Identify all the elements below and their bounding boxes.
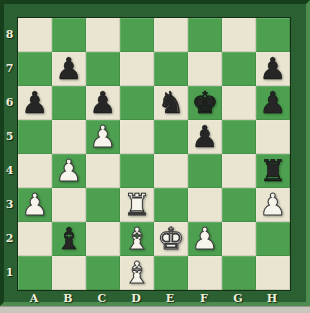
square-b2[interactable]: ♝ [52,222,86,256]
file-label-text: E [166,292,174,305]
piece-black-knight[interactable]: ♞ [158,86,185,120]
file-label-b: B [51,291,85,306]
rank-label-8: 8 [2,17,17,51]
square-a3[interactable]: ♟ [18,188,52,222]
square-b3[interactable] [52,188,86,222]
square-g1[interactable] [222,256,256,290]
square-g5[interactable] [222,120,256,154]
square-d8[interactable] [120,18,154,52]
square-a6[interactable]: ♟ [18,86,52,120]
rank-label-4: 4 [2,153,17,187]
square-f7[interactable] [188,52,222,86]
file-label-text: B [63,292,72,305]
square-c4[interactable] [86,154,120,188]
rank-label-6: 6 [2,85,17,119]
file-label-g: G [221,291,255,306]
piece-white-pawn[interactable]: ♟ [260,188,287,222]
square-g7[interactable] [222,52,256,86]
piece-white-bishop[interactable]: ♝ [124,222,151,256]
piece-black-pawn[interactable]: ♟ [260,86,287,120]
square-b6[interactable] [52,86,86,120]
square-d5[interactable] [120,120,154,154]
square-a7[interactable] [18,52,52,86]
piece-black-bishop[interactable]: ♝ [56,222,83,256]
square-f2[interactable]: ♟ [188,222,222,256]
file-label-e: E [153,291,187,306]
square-h1[interactable] [256,256,290,290]
rank-label-text: 2 [6,232,14,245]
square-c5[interactable]: ♟ [86,120,120,154]
rank-label-text: 4 [6,164,14,177]
square-e3[interactable] [154,188,188,222]
square-d3[interactable]: ♜ [120,188,154,222]
square-e4[interactable] [154,154,188,188]
file-label-text: A [30,292,39,305]
square-c1[interactable] [86,256,120,290]
square-b7[interactable]: ♟ [52,52,86,86]
square-g3[interactable] [222,188,256,222]
piece-white-bishop[interactable]: ♝ [124,256,151,290]
rank-label-text: 5 [6,130,14,143]
square-e7[interactable] [154,52,188,86]
square-c6[interactable]: ♟ [86,86,120,120]
square-c8[interactable] [86,18,120,52]
piece-black-pawn[interactable]: ♟ [260,52,287,86]
square-f1[interactable] [188,256,222,290]
piece-white-pawn[interactable]: ♟ [22,188,49,222]
square-h3[interactable]: ♟ [256,188,290,222]
square-h8[interactable] [256,18,290,52]
square-c2[interactable] [86,222,120,256]
square-f8[interactable] [188,18,222,52]
piece-black-pawn[interactable]: ♟ [192,120,219,154]
file-label-text: C [98,292,107,305]
piece-black-pawn[interactable]: ♟ [90,86,117,120]
square-f4[interactable] [188,154,222,188]
rank-label-3: 3 [2,187,17,221]
rank-label-5: 5 [2,119,17,153]
rank-label-7: 7 [2,51,17,85]
rank-label-text: 8 [6,28,14,41]
square-g2[interactable] [222,222,256,256]
chess-diagram: 87654321 ABCDEFGH ♟♟♟♟♞♚♟♟♟♟♜♟♜♟♝♝♚♟♝ [0,0,310,313]
square-d1[interactable]: ♝ [120,256,154,290]
rank-label-text: 6 [6,96,14,109]
piece-black-king[interactable]: ♚ [192,86,219,120]
file-label-c: C [85,291,119,306]
square-h4[interactable]: ♜ [256,154,290,188]
file-label-d: D [119,291,153,306]
square-e8[interactable] [154,18,188,52]
square-d7[interactable] [120,52,154,86]
square-b5[interactable] [52,120,86,154]
chess-board: ♟♟♟♟♞♚♟♟♟♟♜♟♜♟♝♝♚♟♝ [17,17,291,291]
square-g8[interactable] [222,18,256,52]
file-label-text: D [131,292,141,305]
rank-label-text: 7 [6,62,14,75]
square-d4[interactable] [120,154,154,188]
square-d2[interactable]: ♝ [120,222,154,256]
square-b8[interactable] [52,18,86,52]
piece-white-pawn[interactable]: ♟ [56,154,83,188]
square-e6[interactable]: ♞ [154,86,188,120]
square-a4[interactable] [18,154,52,188]
square-d6[interactable] [120,86,154,120]
piece-black-pawn[interactable]: ♟ [22,86,49,120]
rank-label-text: 3 [6,198,14,211]
piece-white-pawn[interactable]: ♟ [90,120,117,154]
rank-label-2: 2 [2,221,17,255]
file-labels: ABCDEFGH [17,291,289,306]
file-label-text: H [267,292,277,305]
square-e5[interactable] [154,120,188,154]
square-b1[interactable] [52,256,86,290]
file-label-text: F [200,292,208,305]
piece-black-rook[interactable]: ♜ [260,154,287,188]
square-e2[interactable]: ♚ [154,222,188,256]
square-f3[interactable] [188,188,222,222]
file-label-text: G [233,292,242,305]
square-f6[interactable]: ♚ [188,86,222,120]
square-c3[interactable] [86,188,120,222]
square-b4[interactable]: ♟ [52,154,86,188]
square-a5[interactable] [18,120,52,154]
piece-white-pawn[interactable]: ♟ [192,222,219,256]
piece-white-king[interactable]: ♚ [158,222,185,256]
square-a8[interactable] [18,18,52,52]
rank-labels: 87654321 [2,17,17,289]
square-c7[interactable] [86,52,120,86]
file-label-f: F [187,291,221,306]
rank-label-text: 1 [6,266,14,279]
square-h2[interactable] [256,222,290,256]
square-f5[interactable]: ♟ [188,120,222,154]
square-e1[interactable] [154,256,188,290]
square-a1[interactable] [18,256,52,290]
file-label-a: A [17,291,51,306]
square-g4[interactable] [222,154,256,188]
square-g6[interactable] [222,86,256,120]
piece-white-rook[interactable]: ♜ [124,188,151,222]
square-h7[interactable]: ♟ [256,52,290,86]
piece-black-pawn[interactable]: ♟ [56,52,83,86]
bottom-strip [0,306,310,313]
square-h6[interactable]: ♟ [256,86,290,120]
rank-label-1: 1 [2,255,17,289]
square-h5[interactable] [256,120,290,154]
square-a2[interactable] [18,222,52,256]
file-label-h: H [255,291,289,306]
